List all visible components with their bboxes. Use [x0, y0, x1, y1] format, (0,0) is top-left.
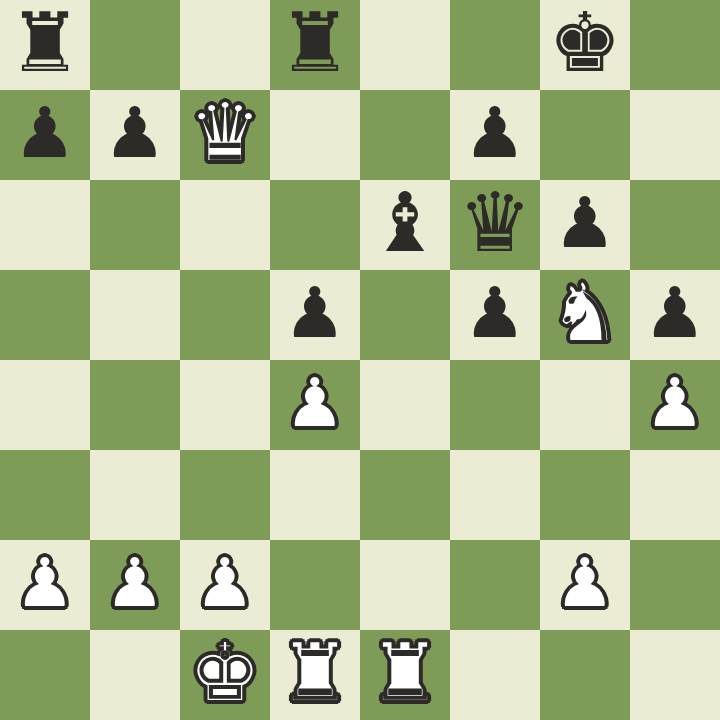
piece-black-pawn[interactable]: ♟ [14, 88, 77, 178]
square-c8[interactable] [180, 0, 270, 90]
square-c7[interactable]: ♛ [180, 90, 270, 180]
square-b4[interactable] [90, 360, 180, 450]
square-h4[interactable]: ♟ [630, 360, 720, 450]
square-g3[interactable] [540, 450, 630, 540]
square-e6[interactable]: ♝ [360, 180, 450, 270]
piece-white-knight[interactable]: ♞ [548, 268, 622, 358]
square-b6[interactable] [90, 180, 180, 270]
square-a1[interactable] [0, 630, 90, 720]
square-f5[interactable]: ♟ [450, 270, 540, 360]
piece-white-pawn[interactable]: ♟ [104, 538, 167, 628]
square-a8[interactable]: ♜ [0, 0, 90, 90]
square-d7[interactable] [270, 90, 360, 180]
square-d4[interactable]: ♟ [270, 360, 360, 450]
square-f6[interactable]: ♛ [450, 180, 540, 270]
piece-black-queen[interactable]: ♛ [458, 178, 532, 268]
piece-black-pawn[interactable]: ♟ [554, 178, 617, 268]
square-h2[interactable] [630, 540, 720, 630]
square-e4[interactable] [360, 360, 450, 450]
piece-black-pawn[interactable]: ♟ [644, 268, 707, 358]
square-a2[interactable]: ♟ [0, 540, 90, 630]
piece-black-pawn[interactable]: ♟ [464, 268, 527, 358]
piece-white-pawn[interactable]: ♟ [194, 538, 257, 628]
piece-white-pawn[interactable]: ♟ [284, 358, 347, 448]
piece-white-pawn[interactable]: ♟ [14, 538, 77, 628]
square-g8[interactable]: ♚ [540, 0, 630, 90]
square-c3[interactable] [180, 450, 270, 540]
square-c1[interactable]: ♚ [180, 630, 270, 720]
square-b1[interactable] [90, 630, 180, 720]
square-d6[interactable] [270, 180, 360, 270]
square-g6[interactable]: ♟ [540, 180, 630, 270]
square-e7[interactable] [360, 90, 450, 180]
piece-white-rook[interactable]: ♜ [278, 628, 352, 718]
square-c2[interactable]: ♟ [180, 540, 270, 630]
piece-white-pawn[interactable]: ♟ [554, 538, 617, 628]
square-a7[interactable]: ♟ [0, 90, 90, 180]
square-a4[interactable] [0, 360, 90, 450]
square-e8[interactable] [360, 0, 450, 90]
square-g2[interactable]: ♟ [540, 540, 630, 630]
chess-board: ♜♜♚♟♟♛♟♝♛♟♟♟♞♟♟♟♟♟♟♟♚♜♜ [0, 0, 720, 720]
square-g7[interactable] [540, 90, 630, 180]
square-b3[interactable] [90, 450, 180, 540]
square-h8[interactable] [630, 0, 720, 90]
piece-black-pawn[interactable]: ♟ [104, 88, 167, 178]
square-d8[interactable]: ♜ [270, 0, 360, 90]
square-f1[interactable] [450, 630, 540, 720]
square-b8[interactable] [90, 0, 180, 90]
piece-black-rook[interactable]: ♜ [8, 0, 82, 88]
piece-white-rook[interactable]: ♜ [368, 628, 442, 718]
square-c4[interactable] [180, 360, 270, 450]
square-e5[interactable] [360, 270, 450, 360]
square-h5[interactable]: ♟ [630, 270, 720, 360]
square-f2[interactable] [450, 540, 540, 630]
square-d2[interactable] [270, 540, 360, 630]
square-d5[interactable]: ♟ [270, 270, 360, 360]
square-c5[interactable] [180, 270, 270, 360]
square-a3[interactable] [0, 450, 90, 540]
square-e3[interactable] [360, 450, 450, 540]
square-f4[interactable] [450, 360, 540, 450]
square-d1[interactable]: ♜ [270, 630, 360, 720]
square-d3[interactable] [270, 450, 360, 540]
square-e1[interactable]: ♜ [360, 630, 450, 720]
piece-black-rook[interactable]: ♜ [278, 0, 352, 88]
square-f7[interactable]: ♟ [450, 90, 540, 180]
piece-white-pawn[interactable]: ♟ [644, 358, 707, 448]
piece-black-bishop[interactable]: ♝ [368, 178, 442, 268]
square-a6[interactable] [0, 180, 90, 270]
square-g1[interactable] [540, 630, 630, 720]
piece-white-king[interactable]: ♚ [188, 628, 262, 718]
square-a5[interactable] [0, 270, 90, 360]
square-g4[interactable] [540, 360, 630, 450]
piece-black-pawn[interactable]: ♟ [284, 268, 347, 358]
piece-white-queen[interactable]: ♛ [188, 88, 262, 178]
square-h1[interactable] [630, 630, 720, 720]
square-f3[interactable] [450, 450, 540, 540]
square-b2[interactable]: ♟ [90, 540, 180, 630]
square-g5[interactable]: ♞ [540, 270, 630, 360]
square-h6[interactable] [630, 180, 720, 270]
square-b7[interactable]: ♟ [90, 90, 180, 180]
piece-black-pawn[interactable]: ♟ [464, 88, 527, 178]
square-h3[interactable] [630, 450, 720, 540]
square-h7[interactable] [630, 90, 720, 180]
square-e2[interactable] [360, 540, 450, 630]
piece-black-king[interactable]: ♚ [548, 0, 622, 88]
square-b5[interactable] [90, 270, 180, 360]
square-c6[interactable] [180, 180, 270, 270]
square-f8[interactable] [450, 0, 540, 90]
